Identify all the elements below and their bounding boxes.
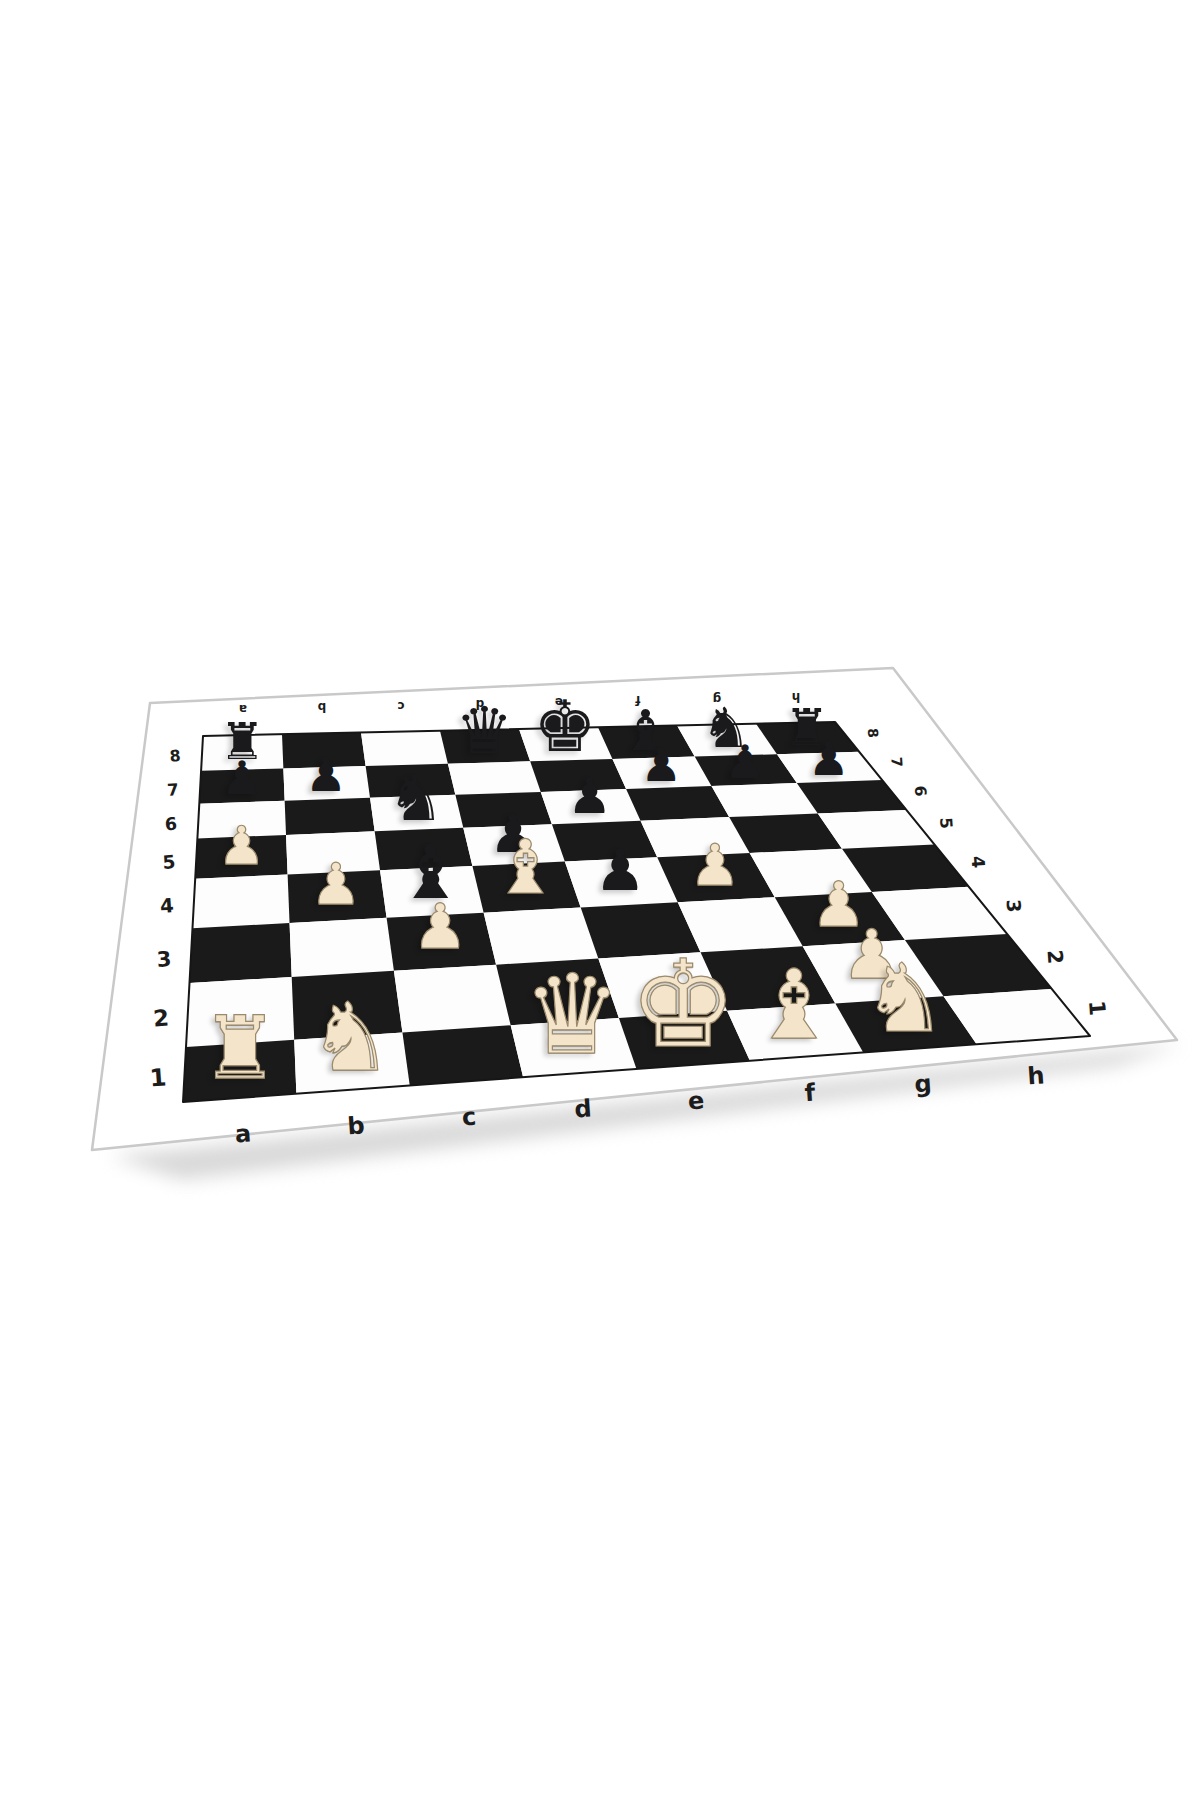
piece-black-knight-c6[interactable]: ♞ [387, 767, 444, 831]
rank-label-left-7: 7 [167, 780, 180, 800]
file-label-bottom-c: c [461, 1103, 477, 1132]
rank-label-right-4: 4 [967, 855, 988, 869]
rank-label-right-1: 1 [1084, 1000, 1110, 1017]
piece-black-king-e8[interactable]: ♚ [533, 692, 596, 763]
square-c2[interactable] [394, 965, 511, 1033]
product-photo-scene: { "game": "chess", "description": "Roll-… [0, 0, 1200, 1800]
piece-white-knight-b1[interactable]: ♞ [308, 990, 393, 1085]
piece-black-queen-d8[interactable]: ♛ [455, 699, 513, 764]
file-label-top-c: c [397, 699, 404, 713]
piece-white-rook-a1[interactable]: ♜ [201, 1004, 279, 1091]
piece-white-pawn-f4[interactable]: ♟ [689, 837, 740, 894]
piece-white-knight-g1[interactable]: ♞ [862, 951, 947, 1046]
rank-label-right-8: 8 [865, 728, 882, 739]
square-b3[interactable] [290, 918, 394, 977]
file-label-bottom-b: b [347, 1111, 366, 1140]
square-b6[interactable] [285, 798, 375, 835]
rank-label-left-2: 2 [152, 1005, 170, 1032]
file-label-bottom-d: d [573, 1095, 592, 1124]
file-label-bottom-e: e [687, 1086, 705, 1115]
piece-white-queen-d1[interactable]: ♛ [523, 960, 622, 1070]
rank-label-right-7: 7 [888, 756, 906, 767]
piece-black-pawn-a7[interactable]: ♟ [221, 755, 263, 801]
rank-label-left-5: 5 [162, 851, 176, 873]
piece-white-bishop-d4[interactable]: ♝ [492, 831, 559, 906]
piece-black-pawn-b7[interactable]: ♟ [305, 753, 347, 799]
piece-black-pawn-f7[interactable]: ♟ [640, 742, 682, 788]
piece-white-king-e1[interactable]: ♚ [629, 943, 737, 1064]
piece-black-pawn-e4[interactable]: ♟ [594, 842, 645, 899]
rank-label-right-6: 6 [911, 785, 930, 797]
rank-label-left-8: 8 [169, 747, 181, 767]
rank-label-right-3: 3 [1003, 899, 1026, 914]
rank-label-left-1: 1 [148, 1063, 167, 1092]
square-c1[interactable] [402, 1025, 523, 1085]
piece-white-bishop-f1[interactable]: ♝ [751, 957, 837, 1053]
rank-label-right-2: 2 [1043, 949, 1068, 965]
square-a4[interactable] [193, 874, 290, 928]
piece-black-pawn-g7[interactable]: ♟ [724, 739, 766, 785]
rank-label-left-4: 4 [159, 894, 174, 918]
rank-label-right-5: 5 [937, 817, 957, 830]
square-a3[interactable] [190, 923, 292, 983]
rank-label-left-6: 6 [165, 814, 179, 835]
piece-black-pawn-e6[interactable]: ♟ [568, 773, 612, 823]
piece-white-pawn-a5[interactable]: ♟ [218, 820, 266, 873]
piece-white-pawn-c3[interactable]: ♟ [412, 897, 468, 959]
piece-black-pawn-h7[interactable]: ♟ [808, 737, 850, 783]
file-label-bottom-g: g [913, 1070, 932, 1099]
file-label-top-b: b [317, 700, 326, 714]
file-label-bottom-a: a [234, 1119, 252, 1148]
rank-label-left-3: 3 [156, 946, 172, 972]
file-label-bottom-h: h [1027, 1062, 1046, 1091]
piece-white-pawn-b4[interactable]: ♟ [310, 856, 361, 913]
file-label-bottom-f: f [803, 1078, 815, 1107]
